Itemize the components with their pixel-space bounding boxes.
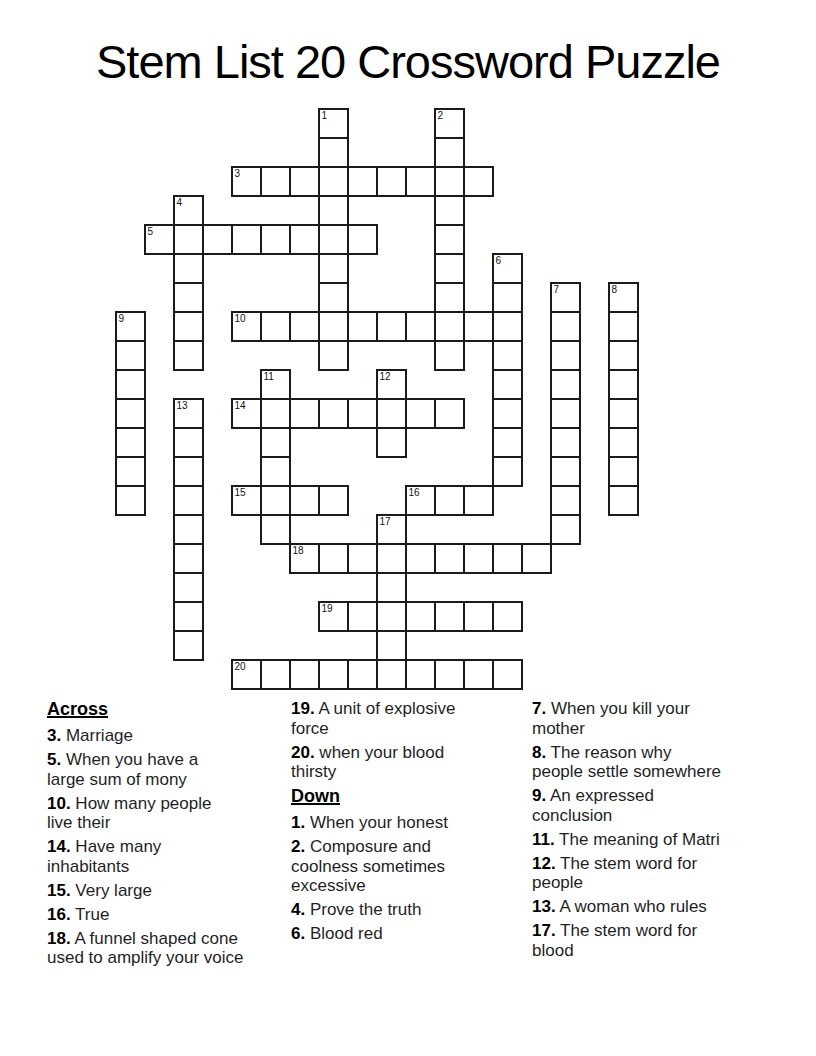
clue-3: 3. Marriage: [47, 726, 287, 746]
clue-panel: Across3. Marriage5. When you have a larg…: [0, 0, 816, 356]
cell-r17-c7[interactable]: 19: [320, 603, 347, 630]
clue-number-15: 15: [235, 487, 246, 498]
word-13-down: 13: [173, 398, 204, 661]
clue-number-12: 12: [380, 371, 391, 382]
cell-r9-c15[interactable]: [552, 371, 579, 398]
clue-text: When you kill your mother: [532, 699, 690, 738]
cell-r14-c2[interactable]: [175, 516, 202, 543]
clue-6: 6. Blood red: [291, 924, 523, 944]
cell-r17-c10[interactable]: [407, 603, 434, 630]
word-16-across: 16: [405, 485, 494, 516]
cell-r10-c6[interactable]: [291, 400, 318, 427]
cell-r12-c17[interactable]: [610, 458, 637, 485]
cell-r13-c12[interactable]: [465, 487, 492, 514]
cell-r14-c9[interactable]: 17: [378, 516, 405, 543]
cell-r13-c6[interactable]: [291, 487, 318, 514]
clue-num-label: 4.: [291, 900, 305, 919]
cell-r15-c6[interactable]: 18: [291, 545, 318, 572]
cell-r10-c8[interactable]: [349, 400, 376, 427]
cell-r14-c15[interactable]: [552, 516, 579, 543]
cell-r11-c0[interactable]: [117, 429, 144, 456]
cell-r16-c9[interactable]: [378, 574, 405, 601]
clue-text: A woman who rules: [556, 897, 707, 916]
cell-r19-c13[interactable]: [494, 661, 521, 688]
cell-r13-c11[interactable]: [436, 487, 463, 514]
clue-num-label: 18.: [47, 929, 71, 948]
cell-r16-c2[interactable]: [175, 574, 202, 601]
clue-num-label: 9.: [532, 786, 546, 805]
cell-r10-c15[interactable]: [552, 400, 579, 427]
cell-r18-c2[interactable]: [175, 632, 202, 659]
clue-number-20: 20: [235, 661, 246, 672]
clue-text: Prove the truth: [305, 900, 421, 919]
clue-17: 17. The stem word for blood: [532, 921, 792, 960]
cell-r14-c5[interactable]: [262, 516, 289, 543]
word-18-across: 18: [289, 543, 552, 574]
cell-r15-c11[interactable]: [436, 545, 463, 572]
clue-number-18: 18: [293, 545, 304, 556]
cell-r10-c9[interactable]: [378, 400, 405, 427]
cell-r11-c13[interactable]: [494, 429, 521, 456]
cell-r13-c0[interactable]: [117, 487, 144, 514]
clue-num-label: 13.: [532, 897, 556, 916]
cell-r19-c7[interactable]: [320, 661, 347, 688]
clue-15: 15. Very large: [47, 881, 287, 901]
clue-text: How many people live their: [47, 794, 211, 833]
cell-r11-c5[interactable]: [262, 429, 289, 456]
clue-11: 11. The meaning of Matri: [532, 830, 792, 850]
word-20-across: 20: [231, 659, 523, 690]
clue-num-label: 7.: [532, 699, 546, 718]
across-header: Across: [47, 699, 287, 720]
clue-9: 9. An expressed conclusion: [532, 786, 792, 825]
clue-num-label: 12.: [532, 854, 556, 873]
cell-r12-c5[interactable]: [262, 458, 289, 485]
down-header: Down: [291, 786, 523, 807]
clue-8: 8. The reason why people settle somewher…: [532, 743, 792, 782]
cell-r18-c9[interactable]: [378, 632, 405, 659]
word-11-down: 11: [260, 369, 291, 545]
cell-r10-c11[interactable]: [436, 400, 463, 427]
clue-column-1: Across3. Marriage5. When you have a larg…: [47, 699, 287, 972]
clue-text: The stem word for blood: [532, 921, 697, 960]
cell-r17-c2[interactable]: [175, 603, 202, 630]
cell-r9-c9[interactable]: 12: [378, 371, 405, 398]
clue-19: 19. A unit of explosive force: [291, 699, 523, 738]
cell-r15-c8[interactable]: [349, 545, 376, 572]
cell-r13-c4[interactable]: 15: [233, 487, 260, 514]
clue-num-label: 16.: [47, 905, 71, 924]
cell-r12-c0[interactable]: [117, 458, 144, 485]
clue-num-label: 5.: [47, 750, 61, 769]
cell-r17-c12[interactable]: [465, 603, 492, 630]
cell-r11-c9[interactable]: [378, 429, 405, 456]
clue-num-label: 6.: [291, 924, 305, 943]
clue-text: The reason why people settle somewhere: [532, 743, 721, 782]
clue-num-label: 10.: [47, 794, 71, 813]
cell-r10-c10[interactable]: [407, 400, 434, 427]
clue-2: 2. Composure and coolness sometimes exce…: [291, 837, 523, 896]
cell-r17-c11[interactable]: [436, 603, 463, 630]
word-15-across: 15: [231, 485, 349, 516]
clue-4: 4. Prove the truth: [291, 900, 523, 920]
clue-number-11: 11: [264, 371, 274, 382]
cell-r10-c13[interactable]: [494, 400, 521, 427]
cell-r19-c9[interactable]: [378, 661, 405, 688]
cell-r15-c7[interactable]: [320, 545, 347, 572]
clue-num-label: 8.: [532, 743, 546, 762]
cell-r12-c2[interactable]: [175, 458, 202, 485]
clue-num-label: 1.: [291, 813, 305, 832]
clue-1: 1. When your honest: [291, 813, 523, 833]
cell-r11-c15[interactable]: [552, 429, 579, 456]
cell-r17-c9[interactable]: [378, 603, 405, 630]
clue-14: 14. Have many inhabitants: [47, 837, 287, 876]
cell-r13-c10[interactable]: 16: [407, 487, 434, 514]
cell-r15-c13[interactable]: [494, 545, 521, 572]
clue-text: The stem word for people: [532, 854, 697, 893]
cell-r19-c8[interactable]: [349, 661, 376, 688]
cell-r12-c15[interactable]: [552, 458, 579, 485]
cell-r10-c2[interactable]: 13: [175, 400, 202, 427]
clue-text: When your honest: [305, 813, 448, 832]
clue-num-label: 17.: [532, 921, 556, 940]
clue-column-3: 7. When you kill your mother8. The reaso…: [532, 699, 792, 965]
clue-num-label: 15.: [47, 881, 71, 900]
cell-r13-c17[interactable]: [610, 487, 637, 514]
word-19-across: 19: [318, 601, 523, 632]
cell-r19-c11[interactable]: [436, 661, 463, 688]
clue-20: 20. when your blood thirsty: [291, 743, 523, 782]
cell-r15-c2[interactable]: [175, 545, 202, 572]
cell-r9-c0[interactable]: [117, 371, 144, 398]
clue-18: 18. A funnel shaped cone used to amplify…: [47, 929, 287, 968]
cell-r19-c5[interactable]: [262, 661, 289, 688]
clue-number-17: 17: [380, 516, 391, 527]
cell-r13-c15[interactable]: [552, 487, 579, 514]
clue-text: Blood red: [305, 924, 383, 943]
cell-r19-c12[interactable]: [465, 661, 492, 688]
clue-num-label: 20.: [291, 743, 315, 762]
cell-r10-c17[interactable]: [610, 400, 637, 427]
clue-num-label: 11.: [532, 830, 555, 849]
cell-r11-c17[interactable]: [610, 429, 637, 456]
clue-text: when your blood thirsty: [291, 743, 444, 782]
cell-r17-c13[interactable]: [494, 603, 521, 630]
clue-number-13: 13: [177, 400, 188, 411]
clue-num-label: 3.: [47, 726, 61, 745]
cell-r10-c7[interactable]: [320, 400, 347, 427]
clue-text: A unit of explosive force: [291, 699, 455, 738]
clue-7: 7. When you kill your mother: [532, 699, 792, 738]
cell-r17-c8[interactable]: [349, 603, 376, 630]
clue-text: True: [71, 905, 110, 924]
cell-r9-c17[interactable]: [610, 371, 637, 398]
clue-text: Composure and coolness sometimes excessi…: [291, 837, 445, 895]
cell-r9-c13[interactable]: [494, 371, 521, 398]
word-14-across: 14: [231, 398, 465, 429]
clue-num-label: 14.: [47, 837, 71, 856]
cell-r13-c5[interactable]: [262, 487, 289, 514]
clue-text: The meaning of Matri: [555, 830, 720, 849]
cell-r9-c5[interactable]: 11: [262, 371, 289, 398]
cell-r19-c10[interactable]: [407, 661, 434, 688]
clue-text: A funnel shaped cone used to amplify you…: [47, 929, 244, 968]
clue-13: 13. A woman who rules: [532, 897, 792, 917]
clue-12: 12. The stem word for people: [532, 854, 792, 893]
cell-r19-c4[interactable]: 20: [233, 661, 260, 688]
clue-num-label: 19.: [291, 699, 315, 718]
cell-r19-c6[interactable]: [291, 661, 318, 688]
cell-r15-c10[interactable]: [407, 545, 434, 572]
clue-16: 16. True: [47, 905, 287, 925]
clue-text: An expressed conclusion: [532, 786, 654, 825]
clue-number-19: 19: [322, 603, 333, 614]
cell-r12-c13[interactable]: [494, 458, 521, 485]
clue-text: Marriage: [61, 726, 133, 745]
clue-5: 5. When you have a large sum of mony: [47, 750, 287, 789]
cell-r10-c5[interactable]: [262, 400, 289, 427]
cell-r13-c2[interactable]: [175, 487, 202, 514]
clue-column-2: 19. A unit of explosive force20. when yo…: [291, 699, 523, 948]
clue-text: Very large: [71, 881, 152, 900]
clue-number-16: 16: [409, 487, 420, 498]
cell-r10-c4[interactable]: 14: [233, 400, 260, 427]
clue-10: 10. How many people live their: [47, 794, 287, 833]
cell-r11-c2[interactable]: [175, 429, 202, 456]
cell-r13-c7[interactable]: [320, 487, 347, 514]
cell-r10-c0[interactable]: [117, 400, 144, 427]
cell-r15-c14[interactable]: [523, 545, 550, 572]
cell-r15-c9[interactable]: [378, 545, 405, 572]
cell-r15-c12[interactable]: [465, 545, 492, 572]
clue-num-label: 2.: [291, 837, 305, 856]
clue-text: When you have a large sum of mony: [47, 750, 198, 789]
clue-number-14: 14: [235, 400, 246, 411]
